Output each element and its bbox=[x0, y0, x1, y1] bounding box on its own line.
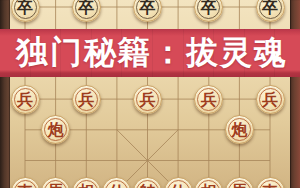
piece-label: 兵 bbox=[140, 92, 156, 108]
piece-label: 炮 bbox=[231, 122, 247, 138]
piece-red-soldier[interactable]: 兵 bbox=[11, 85, 40, 114]
piece-label: 卒 bbox=[140, 0, 156, 16]
piece-red-cannon[interactable]: 炮 bbox=[41, 115, 70, 144]
piece-label: 卒 bbox=[262, 0, 278, 16]
piece-red-soldier[interactable]: 兵 bbox=[256, 85, 285, 114]
piece-label: 車 bbox=[17, 184, 33, 188]
title-banner: 独门秘籍：拔灵魂 bbox=[0, 29, 300, 77]
banner-text: 独门秘籍：拔灵魂 bbox=[16, 31, 288, 75]
xiangqi-board: 卒卒卒卒卒兵兵兵兵兵炮炮車馬相仕帥仕相馬車 独门秘籍：拔灵魂 bbox=[0, 0, 300, 188]
piece-label: 卒 bbox=[78, 0, 94, 16]
piece-red-elephant[interactable]: 相 bbox=[72, 177, 101, 188]
piece-red-horse[interactable]: 馬 bbox=[41, 177, 70, 188]
piece-label: 卒 bbox=[201, 0, 217, 16]
piece-red-soldier[interactable]: 兵 bbox=[133, 85, 162, 114]
piece-label: 卒 bbox=[17, 0, 33, 16]
piece-label: 馬 bbox=[231, 184, 247, 188]
piece-red-elephant[interactable]: 相 bbox=[194, 177, 223, 188]
piece-red-soldier[interactable]: 兵 bbox=[72, 85, 101, 114]
piece-label: 仕 bbox=[170, 184, 186, 188]
piece-red-chariot[interactable]: 車 bbox=[11, 177, 40, 188]
piece-label: 車 bbox=[262, 184, 278, 188]
piece-label: 兵 bbox=[262, 92, 278, 108]
piece-label: 相 bbox=[78, 184, 94, 188]
piece-label: 帥 bbox=[140, 184, 156, 188]
piece-label: 炮 bbox=[48, 122, 64, 138]
piece-label: 仕 bbox=[109, 184, 125, 188]
piece-red-chariot[interactable]: 車 bbox=[256, 177, 285, 188]
piece-black-soldier[interactable]: 卒 bbox=[11, 0, 40, 22]
piece-red-advisor[interactable]: 仕 bbox=[102, 177, 131, 188]
piece-label: 兵 bbox=[17, 92, 33, 108]
piece-red-general[interactable]: 帥 bbox=[133, 177, 162, 188]
piece-label: 兵 bbox=[201, 92, 217, 108]
piece-red-advisor[interactable]: 仕 bbox=[164, 177, 193, 188]
piece-label: 馬 bbox=[48, 184, 64, 188]
piece-red-soldier[interactable]: 兵 bbox=[194, 85, 223, 114]
piece-black-soldier[interactable]: 卒 bbox=[256, 0, 285, 22]
piece-black-soldier[interactable]: 卒 bbox=[194, 0, 223, 22]
piece-red-cannon[interactable]: 炮 bbox=[225, 115, 254, 144]
piece-black-soldier[interactable]: 卒 bbox=[133, 0, 162, 22]
piece-black-soldier[interactable]: 卒 bbox=[72, 0, 101, 22]
piece-red-horse[interactable]: 馬 bbox=[225, 177, 254, 188]
piece-label: 相 bbox=[201, 184, 217, 188]
piece-label: 兵 bbox=[78, 92, 94, 108]
